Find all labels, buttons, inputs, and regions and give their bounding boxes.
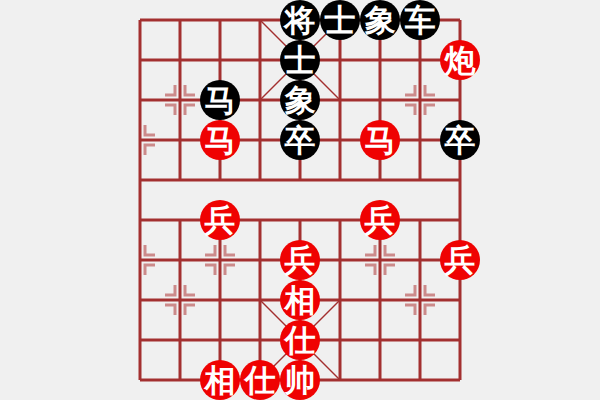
piece-black-general[interactable]: 将 xyxy=(280,0,320,40)
piece-red-elephant[interactable]: 相 xyxy=(200,360,240,400)
piece-black-advisor[interactable]: 士 xyxy=(280,40,320,80)
piece-red-general[interactable]: 帅 xyxy=(280,360,320,400)
piece-black-elephant[interactable]: 象 xyxy=(280,80,320,120)
piece-black-chariot[interactable]: 车 xyxy=(400,0,440,40)
piece-red-horse[interactable]: 马 xyxy=(200,120,240,160)
piece-red-cannon[interactable]: 炮 xyxy=(440,40,480,80)
piece-red-soldier[interactable]: 兵 xyxy=(280,240,320,280)
piece-red-soldier[interactable]: 兵 xyxy=(200,200,240,240)
piece-black-advisor[interactable]: 士 xyxy=(320,0,360,40)
piece-red-soldier[interactable]: 兵 xyxy=(440,240,480,280)
piece-black-soldier[interactable]: 卒 xyxy=(440,120,480,160)
piece-red-elephant[interactable]: 相 xyxy=(280,280,320,320)
piece-black-elephant[interactable]: 象 xyxy=(360,0,400,40)
piece-red-advisor[interactable]: 仕 xyxy=(240,360,280,400)
xiangqi-board[interactable]: 将士象车士炮马象马卒马卒兵兵兵兵相仕相仕帅 xyxy=(0,0,600,400)
piece-red-horse[interactable]: 马 xyxy=(360,120,400,160)
piece-black-soldier[interactable]: 卒 xyxy=(280,120,320,160)
piece-red-advisor[interactable]: 仕 xyxy=(280,320,320,360)
piece-black-horse[interactable]: 马 xyxy=(200,80,240,120)
piece-red-soldier[interactable]: 兵 xyxy=(360,200,400,240)
